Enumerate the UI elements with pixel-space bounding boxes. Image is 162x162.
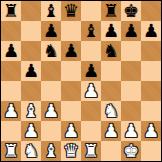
square-a7[interactable] (1, 21, 21, 41)
square-d5[interactable] (61, 61, 81, 81)
piece-black-bishop[interactable]: ♝ (43, 1, 59, 21)
square-d8[interactable]: ♛ (61, 1, 81, 21)
square-a3[interactable]: ♟ (1, 101, 21, 121)
square-e7[interactable]: ♝ (81, 21, 101, 41)
square-f8[interactable]: ♜ (101, 1, 121, 21)
square-a8[interactable]: ♜ (1, 1, 21, 21)
piece-black-queen[interactable]: ♛ (63, 1, 79, 21)
square-c7[interactable]: ♟ (41, 21, 61, 41)
square-f3[interactable]: ♞ (101, 101, 121, 121)
square-e8[interactable] (81, 1, 101, 21)
piece-black-king[interactable]: ♚ (123, 1, 139, 21)
square-c5[interactable] (41, 61, 61, 81)
piece-white-pawn[interactable]: ♟ (123, 121, 139, 141)
square-b5[interactable]: ♟ (21, 61, 41, 81)
square-f6[interactable]: ♞ (101, 41, 121, 61)
square-g4[interactable] (121, 81, 141, 101)
square-f1[interactable] (101, 141, 121, 161)
square-b4[interactable] (21, 81, 41, 101)
square-c8[interactable]: ♝ (41, 1, 61, 21)
square-a2[interactable] (1, 121, 21, 141)
square-h6[interactable] (141, 41, 161, 61)
square-h7[interactable]: ♟ (141, 21, 161, 41)
square-h4[interactable] (141, 81, 161, 101)
square-c4[interactable] (41, 81, 61, 101)
square-g6[interactable] (121, 41, 141, 61)
square-b7[interactable] (21, 21, 41, 41)
piece-white-king[interactable]: ♚ (123, 141, 139, 161)
chess-board-frame: ♜♝♛♜♚♟♝♟♟♟♟♞♟♞♟♟♟♟♝♟♞♟♟♟♟♟♜♞♝♛♜♚ (0, 0, 162, 162)
piece-black-bishop[interactable]: ♝ (83, 21, 99, 41)
square-g5[interactable] (121, 61, 141, 81)
piece-white-bishop[interactable]: ♝ (23, 101, 39, 121)
piece-black-pawn[interactable]: ♟ (3, 41, 19, 61)
piece-white-pawn[interactable]: ♟ (3, 101, 19, 121)
square-h8[interactable] (141, 1, 161, 21)
piece-white-pawn[interactable]: ♟ (83, 81, 99, 101)
square-e3[interactable] (81, 101, 101, 121)
square-f4[interactable] (101, 81, 121, 101)
square-d6[interactable]: ♟ (61, 41, 81, 61)
square-g8[interactable]: ♚ (121, 1, 141, 21)
square-g3[interactable] (121, 101, 141, 121)
piece-black-knight[interactable]: ♞ (103, 41, 119, 61)
piece-white-pawn[interactable]: ♟ (43, 101, 59, 121)
piece-white-rook[interactable]: ♜ (3, 141, 19, 161)
piece-black-pawn[interactable]: ♟ (23, 61, 39, 81)
square-g2[interactable]: ♟ (121, 121, 141, 141)
square-d1[interactable]: ♛ (61, 141, 81, 161)
piece-white-pawn[interactable]: ♟ (143, 121, 159, 141)
square-f7[interactable]: ♟ (101, 21, 121, 41)
square-e4[interactable]: ♟ (81, 81, 101, 101)
piece-black-knight[interactable]: ♞ (43, 41, 59, 61)
piece-white-bishop[interactable]: ♝ (43, 141, 59, 161)
square-d2[interactable]: ♟ (61, 121, 81, 141)
piece-white-knight[interactable]: ♞ (103, 101, 119, 121)
chess-board: ♜♝♛♜♚♟♝♟♟♟♟♞♟♞♟♟♟♟♝♟♞♟♟♟♟♟♜♞♝♛♜♚ (1, 1, 161, 161)
square-g7[interactable]: ♟ (121, 21, 141, 41)
piece-white-pawn[interactable]: ♟ (103, 121, 119, 141)
piece-black-pawn[interactable]: ♟ (123, 21, 139, 41)
piece-white-pawn[interactable]: ♟ (23, 121, 39, 141)
square-b8[interactable] (21, 1, 41, 21)
piece-black-rook[interactable]: ♜ (103, 1, 119, 21)
piece-black-rook[interactable]: ♜ (3, 1, 19, 21)
square-g1[interactable]: ♚ (121, 141, 141, 161)
square-e1[interactable]: ♜ (81, 141, 101, 161)
piece-white-pawn[interactable]: ♟ (63, 121, 79, 141)
square-h3[interactable] (141, 101, 161, 121)
square-c6[interactable]: ♞ (41, 41, 61, 61)
piece-white-queen[interactable]: ♛ (63, 141, 79, 161)
square-f5[interactable] (101, 61, 121, 81)
square-h1[interactable] (141, 141, 161, 161)
piece-white-rook[interactable]: ♜ (83, 141, 99, 161)
square-a6[interactable]: ♟ (1, 41, 21, 61)
square-h2[interactable]: ♟ (141, 121, 161, 141)
square-a1[interactable]: ♜ (1, 141, 21, 161)
square-e5[interactable]: ♟ (81, 61, 101, 81)
square-a5[interactable] (1, 61, 21, 81)
square-d7[interactable] (61, 21, 81, 41)
square-e2[interactable] (81, 121, 101, 141)
square-b6[interactable] (21, 41, 41, 61)
square-c3[interactable]: ♟ (41, 101, 61, 121)
square-b3[interactable]: ♝ (21, 101, 41, 121)
square-b1[interactable]: ♞ (21, 141, 41, 161)
piece-white-knight[interactable]: ♞ (23, 141, 39, 161)
square-f2[interactable]: ♟ (101, 121, 121, 141)
piece-black-pawn[interactable]: ♟ (143, 21, 159, 41)
piece-black-pawn[interactable]: ♟ (63, 41, 79, 61)
square-c1[interactable]: ♝ (41, 141, 61, 161)
piece-black-pawn[interactable]: ♟ (43, 21, 59, 41)
square-c2[interactable] (41, 121, 61, 141)
square-e6[interactable] (81, 41, 101, 61)
square-h5[interactable] (141, 61, 161, 81)
piece-black-pawn[interactable]: ♟ (103, 21, 119, 41)
square-d4[interactable] (61, 81, 81, 101)
piece-black-pawn[interactable]: ♟ (83, 61, 99, 81)
square-a4[interactable] (1, 81, 21, 101)
square-b2[interactable]: ♟ (21, 121, 41, 141)
square-d3[interactable] (61, 101, 81, 121)
